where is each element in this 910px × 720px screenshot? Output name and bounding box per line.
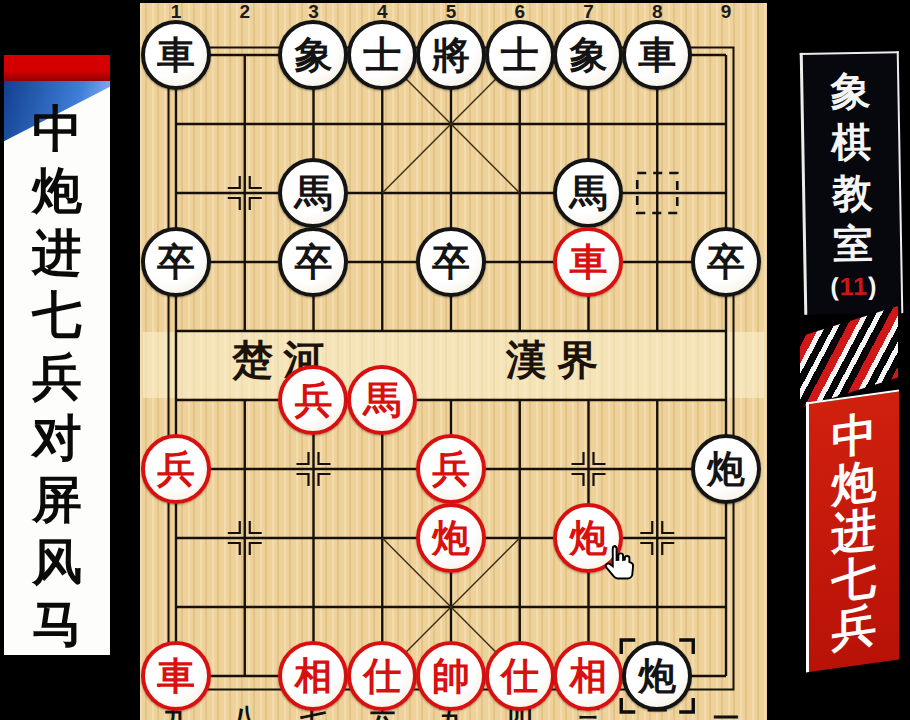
piece-black-象[interactable]: 象 [278,20,348,90]
piece-red-兵[interactable]: 兵 [141,434,211,504]
piece-red-仕[interactable]: 仕 [485,641,555,711]
piece-red-車[interactable]: 車 [553,227,623,297]
opening-title-char-5: 兵 [832,601,877,655]
hand-cursor-icon [597,543,639,593]
piece-red-仕[interactable]: 仕 [347,641,417,711]
left-banner-char-6: 对 [32,408,82,470]
piece-black-卒[interactable]: 卒 [278,227,348,297]
left-banner-title: 中炮进七兵对屏风马 [4,99,110,655]
series-title-char-3: 教 [832,168,873,220]
board-top-strip [140,0,767,3]
xiangqi-board: 楚 河 漢 界 123456789 九八七六五四三二一 車象士將士象車馬馬卒卒卒… [140,0,767,720]
left-banner-char-3: 进 [32,223,82,285]
episode-num: 11 [839,272,868,300]
left-banner-char-9: 马 [32,593,82,655]
piece-black-卒[interactable]: 卒 [416,227,486,297]
left-banner-char-1: 中 [32,99,82,161]
piece-black-車[interactable]: 車 [141,20,211,90]
piece-black-馬[interactable]: 馬 [278,158,348,228]
piece-red-相[interactable]: 相 [553,641,623,711]
left-title-banner: 中炮进七兵对屏风马 [4,55,110,655]
piece-black-將[interactable]: 將 [416,20,486,90]
piece-black-象[interactable]: 象 [553,20,623,90]
piece-red-車[interactable]: 車 [141,641,211,711]
opening-title-text: 中炮进七兵 [809,391,899,658]
piece-black-炮[interactable]: 炮 [622,641,692,711]
episode-paren-open: ( [830,272,840,300]
left-banner-char-4: 七 [32,284,82,346]
piece-black-車[interactable]: 車 [622,20,692,90]
left-banner-char-7: 屏 [32,470,82,532]
episode-number: (11) [807,271,901,302]
left-banner-char-8: 风 [32,532,82,594]
right-panel-opening-title: 中炮进七兵 [806,389,899,672]
piece-black-卒[interactable]: 卒 [691,227,761,297]
banner-red-band [4,55,110,82]
left-banner-char-5: 兵 [32,346,82,408]
piece-black-卒[interactable]: 卒 [141,227,211,297]
piece-black-士[interactable]: 士 [485,20,555,90]
page: { "game": "xiangqi", "position": { "fen"… [0,0,910,720]
series-title-text: 象棋教室 [803,53,901,271]
piece-black-馬[interactable]: 馬 [553,158,623,228]
series-title-char-4: 室 [833,219,874,271]
piece-black-炮[interactable]: 炮 [691,434,761,504]
series-title-char-2: 棋 [831,117,872,169]
piece-red-帥[interactable]: 帥 [416,641,486,711]
piece-red-兵[interactable]: 兵 [416,434,486,504]
pieces-grid: 車象士將士象車馬馬卒卒卒車卒兵馬兵兵炮炮炮車相仕帥仕相炮 [142,21,761,711]
piece-black-士[interactable]: 士 [347,20,417,90]
piece-red-兵[interactable]: 兵 [278,365,348,435]
episode-paren-close: ) [868,272,878,300]
piece-red-炮[interactable]: 炮 [416,503,486,573]
piece-red-相[interactable]: 相 [278,641,348,711]
right-panel-series-title: 象棋教室 (11) [800,51,904,315]
piece-red-馬[interactable]: 馬 [347,365,417,435]
series-title-char-1: 象 [830,66,871,118]
left-banner-char-2: 炮 [32,161,82,223]
